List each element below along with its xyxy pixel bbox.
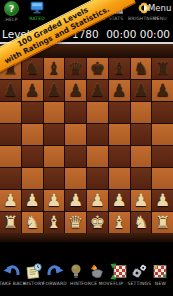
square-f4[interactable] — [109, 146, 130, 167]
black-pawn[interactable]: ♟ — [68, 82, 83, 99]
flip-button[interactable]: FLIP — [108, 263, 129, 286]
square-f8[interactable]: ♝ — [109, 58, 130, 79]
undo-arrow-icon — [3, 263, 22, 280]
square-d4[interactable] — [65, 146, 86, 167]
square-h7[interactable]: ♟ — [152, 80, 173, 101]
square-a2[interactable]: ♟ — [0, 190, 21, 211]
menu-button[interactable]: Menu MENU — [148, 1, 171, 21]
square-b4[interactable] — [22, 146, 43, 167]
square-f1[interactable]: ♝ — [109, 212, 130, 233]
square-b6[interactable] — [22, 102, 43, 123]
square-f6[interactable] — [109, 102, 130, 123]
square-c5[interactable] — [44, 124, 65, 145]
new-label: NEW — [155, 281, 166, 286]
square-e5[interactable] — [87, 124, 108, 145]
menu-label: MENU — [153, 16, 167, 21]
monitor-icon — [28, 1, 46, 15]
force-move-hand-icon — [88, 263, 106, 280]
black-pawn[interactable]: ♟ — [133, 82, 148, 99]
flip-board-icon — [110, 263, 127, 280]
square-h4[interactable] — [152, 146, 173, 167]
square-d5[interactable] — [65, 124, 86, 145]
square-h1[interactable]: ♜ — [152, 212, 173, 233]
square-c2[interactable]: ♟ — [44, 190, 65, 211]
white-queen[interactable]: ♛ — [68, 214, 83, 231]
bottom-toolbar: TAKE BACK HISTORY FORWARD — [0, 260, 173, 296]
white-bishop[interactable]: ♝ — [46, 214, 61, 231]
white-pawn[interactable]: ♟ — [68, 192, 83, 209]
black-king[interactable]: ♚ — [90, 60, 105, 77]
history-label: HISTORY — [23, 281, 44, 286]
black-pawn[interactable]: ♟ — [25, 82, 40, 99]
square-g4[interactable] — [131, 146, 152, 167]
square-g8[interactable]: ♞ — [131, 58, 152, 79]
take-back-button[interactable]: TAKE BACK — [2, 263, 23, 286]
square-b2[interactable]: ♟ — [22, 190, 43, 211]
flip-label: FLIP — [113, 281, 123, 286]
square-b8[interactable]: ♞ — [22, 58, 43, 79]
white-bishop[interactable]: ♝ — [112, 214, 127, 231]
black-pawn[interactable]: ♟ — [46, 82, 61, 99]
white-pawn[interactable]: ♟ — [90, 192, 105, 209]
help-icon: ? — [4, 1, 19, 16]
white-knight[interactable]: ♞ — [133, 214, 148, 231]
square-g1[interactable]: ♞ — [131, 212, 152, 233]
square-h5[interactable] — [152, 124, 173, 145]
square-b3[interactable] — [22, 168, 43, 189]
square-c3[interactable] — [44, 168, 65, 189]
black-knight[interactable]: ♞ — [25, 60, 40, 77]
chess-app-screen: ? HELP RATED RATING STA — [0, 0, 173, 296]
stats-label: STATS — [109, 16, 124, 21]
rated-button[interactable]: RATED — [28, 1, 46, 21]
forward-button[interactable]: FORWARD — [44, 263, 65, 286]
black-pawn[interactable]: ♟ — [112, 82, 127, 99]
help-button[interactable]: ? HELP — [4, 1, 19, 22]
black-rook[interactable]: ♜ — [155, 60, 170, 77]
square-a5[interactable] — [0, 124, 21, 145]
white-pawn[interactable]: ♟ — [133, 192, 148, 209]
square-c1[interactable]: ♝ — [44, 212, 65, 233]
white-pawn[interactable]: ♟ — [112, 192, 127, 209]
square-d2[interactable]: ♟ — [65, 190, 86, 211]
square-f5[interactable] — [109, 124, 130, 145]
square-c8[interactable]: ♝ — [44, 58, 65, 79]
square-g7[interactable]: ♟ — [131, 80, 152, 101]
square-d6[interactable] — [65, 102, 86, 123]
help-label: HELP — [5, 17, 17, 22]
square-b5[interactable] — [22, 124, 43, 145]
square-g6[interactable] — [131, 102, 152, 123]
square-e6[interactable] — [87, 102, 108, 123]
square-d8[interactable]: ♛ — [65, 58, 86, 79]
black-bishop[interactable]: ♝ — [112, 60, 127, 77]
black-bishop[interactable]: ♝ — [46, 60, 61, 77]
square-a1[interactable]: ♜ — [0, 212, 21, 233]
square-b1[interactable]: ♞ — [22, 212, 43, 233]
lightbulb-icon — [69, 263, 83, 280]
forward-label: FORWARD — [43, 281, 67, 286]
black-pawn[interactable]: ♟ — [90, 82, 105, 99]
history-notes-icon — [25, 263, 43, 280]
square-e1[interactable]: ♚ — [87, 212, 108, 233]
gears-icon — [130, 263, 148, 280]
history-button[interactable]: HISTORY — [23, 263, 44, 286]
rated-label: RATED — [29, 16, 45, 21]
white-rook[interactable]: ♜ — [3, 214, 18, 231]
square-d3[interactable] — [65, 168, 86, 189]
settings-label: SETTINGS — [127, 281, 151, 286]
square-c6[interactable] — [44, 102, 65, 123]
hint-label: HINT — [70, 281, 82, 286]
game-clocks: 00:00 00:00 — [106, 28, 170, 40]
square-c4[interactable] — [44, 146, 65, 167]
black-knight[interactable]: ♞ — [133, 60, 148, 77]
board: ♜♞♝♛♚♝♞♜♟♟♟♟♟♟♟♟♟♟♟♟♟♟♟♟♜♞♝♛♚♝♞♜ — [0, 58, 173, 233]
square-c7[interactable]: ♟ — [44, 80, 65, 101]
white-pawn[interactable]: ♟ — [46, 192, 61, 209]
white-pawn[interactable]: ♟ — [3, 192, 18, 209]
take-back-label: TAKE BACK — [0, 281, 26, 286]
board-frame-bottom — [0, 233, 173, 242]
white-pawn[interactable]: ♟ — [25, 192, 40, 209]
square-h8[interactable]: ♜ — [152, 58, 173, 79]
square-d7[interactable]: ♟ — [65, 80, 86, 101]
black-pawn[interactable]: ♟ — [3, 82, 18, 99]
square-e2[interactable]: ♟ — [87, 190, 108, 211]
white-rook[interactable]: ♜ — [155, 214, 170, 231]
white-king[interactable]: ♚ — [90, 214, 105, 231]
square-e8[interactable]: ♚ — [87, 58, 108, 79]
square-e4[interactable] — [87, 146, 108, 167]
square-e3[interactable] — [87, 168, 108, 189]
white-pawn[interactable]: ♟ — [155, 192, 170, 209]
square-f3[interactable] — [109, 168, 130, 189]
square-h3[interactable] — [152, 168, 173, 189]
black-pawn[interactable]: ♟ — [155, 82, 170, 99]
square-a4[interactable] — [0, 146, 21, 167]
square-a6[interactable] — [0, 102, 21, 123]
square-f7[interactable]: ♟ — [109, 80, 130, 101]
square-f2[interactable]: ♟ — [109, 190, 130, 211]
new-game-button[interactable]: NEW — [150, 263, 171, 286]
square-h6[interactable] — [152, 102, 173, 123]
square-a3[interactable] — [0, 168, 21, 189]
menu-icon: Menu — [148, 1, 171, 15]
black-queen[interactable]: ♛ — [68, 60, 83, 77]
square-e7[interactable]: ♟ — [87, 80, 108, 101]
square-g2[interactable]: ♟ — [131, 190, 152, 211]
force-move-button[interactable]: FORCE MOVE — [87, 263, 108, 286]
square-g5[interactable] — [131, 124, 152, 145]
square-b7[interactable]: ♟ — [22, 80, 43, 101]
square-g3[interactable] — [131, 168, 152, 189]
square-a7[interactable]: ♟ — [0, 80, 21, 101]
square-d1[interactable]: ♛ — [65, 212, 86, 233]
settings-button[interactable]: SETTINGS — [129, 263, 150, 286]
new-board-icon — [152, 263, 168, 280]
redo-arrow-icon — [45, 263, 64, 280]
white-knight[interactable]: ♞ — [25, 214, 40, 231]
square-h2[interactable]: ♟ — [152, 190, 173, 211]
